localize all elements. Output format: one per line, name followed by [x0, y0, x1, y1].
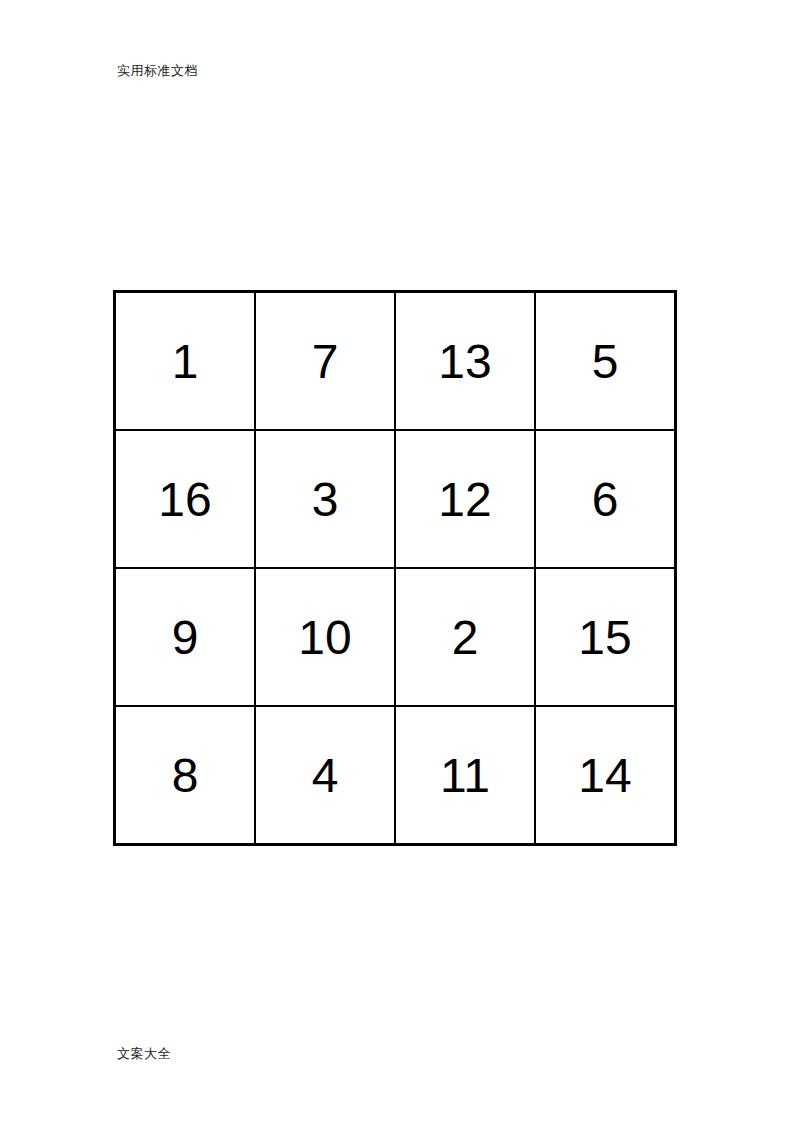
grid-cell-r1c4: 5: [535, 292, 675, 430]
grid-cell-r4c2: 4: [255, 706, 395, 844]
grid-cell-r2c1: 16: [115, 430, 255, 568]
grid-cell-r1c2: 7: [255, 292, 395, 430]
grid-cell-r2c4: 6: [535, 430, 675, 568]
grid-cell-r4c4: 14: [535, 706, 675, 844]
grid-cell-r3c4: 15: [535, 568, 675, 706]
grid-cell-r3c2: 10: [255, 568, 395, 706]
grid-cell-r1c3: 13: [395, 292, 535, 430]
grid-cell-r2c2: 3: [255, 430, 395, 568]
grid-cell-r3c3: 2: [395, 568, 535, 706]
grid-cell-r4c1: 8: [115, 706, 255, 844]
document-page: 实用标准文档 1 7 13 5 16 3 12 6 9 10 2 15 8 4 …: [0, 0, 800, 1133]
grid-cell-r1c1: 1: [115, 292, 255, 430]
grid-cell-r3c1: 9: [115, 568, 255, 706]
page-footer-text: 文案大全: [117, 1046, 171, 1062]
grid-cell-r2c3: 12: [395, 430, 535, 568]
grid-cell-r4c3: 11: [395, 706, 535, 844]
number-grid: 1 7 13 5 16 3 12 6 9 10 2 15 8 4 11 14: [113, 290, 677, 846]
page-header-text: 实用标准文档: [117, 63, 198, 79]
